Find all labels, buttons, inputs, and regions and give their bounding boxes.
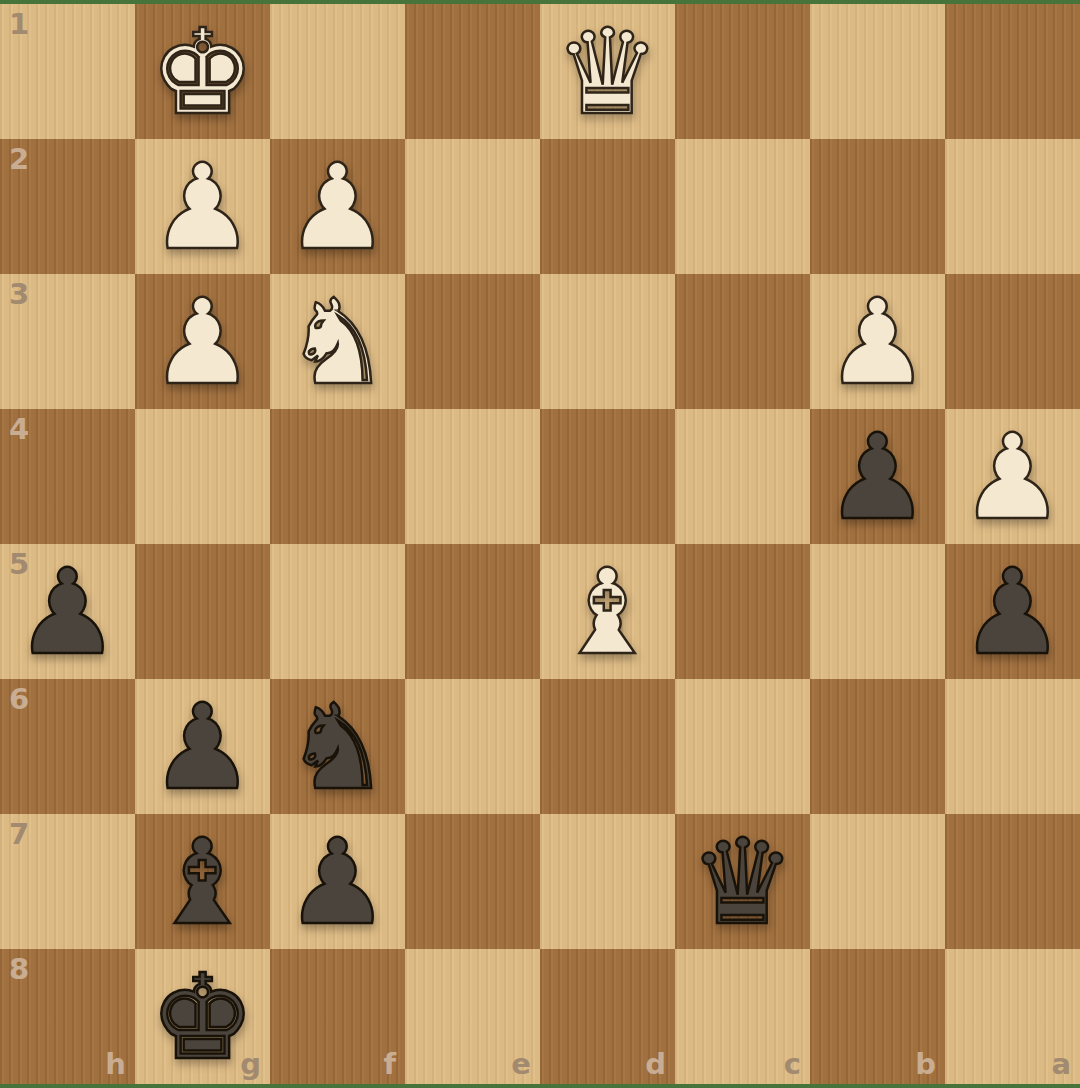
file-label-b: b bbox=[915, 1050, 936, 1079]
square-a4[interactable]: ♟ bbox=[945, 409, 1080, 544]
square-a1[interactable] bbox=[945, 4, 1080, 139]
white-queen[interactable]: ♛ bbox=[555, 13, 661, 131]
file-label-f: f bbox=[383, 1050, 396, 1079]
square-f3[interactable]: ♞ bbox=[270, 274, 405, 409]
black-king[interactable]: ♚ bbox=[150, 958, 256, 1076]
square-h6[interactable]: 6 bbox=[0, 679, 135, 814]
square-f6[interactable]: ♞ bbox=[270, 679, 405, 814]
square-h4[interactable]: 4 bbox=[0, 409, 135, 544]
square-g1[interactable]: ♚ bbox=[135, 4, 270, 139]
square-b5[interactable] bbox=[810, 544, 945, 679]
black-pawn[interactable]: ♟ bbox=[825, 418, 931, 536]
square-f1[interactable] bbox=[270, 4, 405, 139]
square-a6[interactable] bbox=[945, 679, 1080, 814]
square-d4[interactable] bbox=[540, 409, 675, 544]
black-pawn[interactable]: ♟ bbox=[960, 553, 1066, 671]
chess-app-background: 1♚♛2♟♟3♟♞♟4♟♟5♟♝♟6♟♞7♝♟♛8hg♚fedcba bbox=[0, 0, 1080, 1088]
square-f2[interactable]: ♟ bbox=[270, 139, 405, 274]
square-h1[interactable]: 1 bbox=[0, 4, 135, 139]
square-f5[interactable] bbox=[270, 544, 405, 679]
square-e1[interactable] bbox=[405, 4, 540, 139]
black-bishop[interactable]: ♝ bbox=[150, 823, 256, 941]
square-g5[interactable] bbox=[135, 544, 270, 679]
square-d7[interactable] bbox=[540, 814, 675, 949]
square-e2[interactable] bbox=[405, 139, 540, 274]
square-f8[interactable]: f bbox=[270, 949, 405, 1084]
square-f4[interactable] bbox=[270, 409, 405, 544]
square-b7[interactable] bbox=[810, 814, 945, 949]
black-pawn[interactable]: ♟ bbox=[15, 553, 121, 671]
white-pawn[interactable]: ♟ bbox=[825, 283, 931, 401]
black-queen[interactable]: ♛ bbox=[690, 823, 796, 941]
rank-label-2: 2 bbox=[9, 145, 29, 174]
square-d2[interactable] bbox=[540, 139, 675, 274]
rank-label-3: 3 bbox=[9, 280, 29, 309]
white-pawn[interactable]: ♟ bbox=[285, 148, 391, 266]
white-pawn[interactable]: ♟ bbox=[150, 148, 256, 266]
square-d3[interactable] bbox=[540, 274, 675, 409]
square-c8[interactable]: c bbox=[675, 949, 810, 1084]
square-b6[interactable] bbox=[810, 679, 945, 814]
square-e5[interactable] bbox=[405, 544, 540, 679]
rank-label-4: 4 bbox=[9, 415, 29, 444]
square-g3[interactable]: ♟ bbox=[135, 274, 270, 409]
file-label-h: h bbox=[105, 1050, 126, 1079]
file-label-c: c bbox=[784, 1050, 801, 1079]
square-a3[interactable] bbox=[945, 274, 1080, 409]
square-e6[interactable] bbox=[405, 679, 540, 814]
square-a8[interactable]: a bbox=[945, 949, 1080, 1084]
square-c4[interactable] bbox=[675, 409, 810, 544]
square-d8[interactable]: d bbox=[540, 949, 675, 1084]
rank-label-7: 7 bbox=[9, 820, 29, 849]
square-g4[interactable] bbox=[135, 409, 270, 544]
square-g7[interactable]: ♝ bbox=[135, 814, 270, 949]
white-king[interactable]: ♚ bbox=[150, 13, 256, 131]
square-f7[interactable]: ♟ bbox=[270, 814, 405, 949]
rank-label-6: 6 bbox=[9, 685, 29, 714]
file-label-e: e bbox=[511, 1050, 531, 1079]
square-b4[interactable]: ♟ bbox=[810, 409, 945, 544]
square-h2[interactable]: 2 bbox=[0, 139, 135, 274]
square-h7[interactable]: 7 bbox=[0, 814, 135, 949]
square-e4[interactable] bbox=[405, 409, 540, 544]
square-h8[interactable]: 8h bbox=[0, 949, 135, 1084]
square-e3[interactable] bbox=[405, 274, 540, 409]
square-b3[interactable]: ♟ bbox=[810, 274, 945, 409]
white-pawn[interactable]: ♟ bbox=[150, 283, 256, 401]
square-b8[interactable]: b bbox=[810, 949, 945, 1084]
square-a5[interactable]: ♟ bbox=[945, 544, 1080, 679]
square-b1[interactable] bbox=[810, 4, 945, 139]
square-h5[interactable]: 5♟ bbox=[0, 544, 135, 679]
square-a2[interactable] bbox=[945, 139, 1080, 274]
square-e7[interactable] bbox=[405, 814, 540, 949]
black-pawn[interactable]: ♟ bbox=[150, 688, 256, 806]
chess-board: 1♚♛2♟♟3♟♞♟4♟♟5♟♝♟6♟♞7♝♟♛8hg♚fedcba bbox=[0, 4, 1080, 1084]
square-c1[interactable] bbox=[675, 4, 810, 139]
file-label-d: d bbox=[645, 1050, 666, 1079]
file-label-a: a bbox=[1051, 1050, 1071, 1079]
black-pawn[interactable]: ♟ bbox=[285, 823, 391, 941]
white-pawn[interactable]: ♟ bbox=[960, 418, 1066, 536]
square-d6[interactable] bbox=[540, 679, 675, 814]
square-a7[interactable] bbox=[945, 814, 1080, 949]
rank-label-8: 8 bbox=[9, 955, 29, 984]
square-c2[interactable] bbox=[675, 139, 810, 274]
square-h3[interactable]: 3 bbox=[0, 274, 135, 409]
square-d5[interactable]: ♝ bbox=[540, 544, 675, 679]
square-g2[interactable]: ♟ bbox=[135, 139, 270, 274]
black-knight[interactable]: ♞ bbox=[285, 688, 391, 806]
square-c7[interactable]: ♛ bbox=[675, 814, 810, 949]
square-c6[interactable] bbox=[675, 679, 810, 814]
square-g6[interactable]: ♟ bbox=[135, 679, 270, 814]
square-c3[interactable] bbox=[675, 274, 810, 409]
square-d1[interactable]: ♛ bbox=[540, 4, 675, 139]
square-b2[interactable] bbox=[810, 139, 945, 274]
white-bishop[interactable]: ♝ bbox=[555, 553, 661, 671]
rank-label-1: 1 bbox=[9, 10, 29, 39]
square-c5[interactable] bbox=[675, 544, 810, 679]
square-e8[interactable]: e bbox=[405, 949, 540, 1084]
square-g8[interactable]: g♚ bbox=[135, 949, 270, 1084]
white-knight[interactable]: ♞ bbox=[285, 283, 391, 401]
